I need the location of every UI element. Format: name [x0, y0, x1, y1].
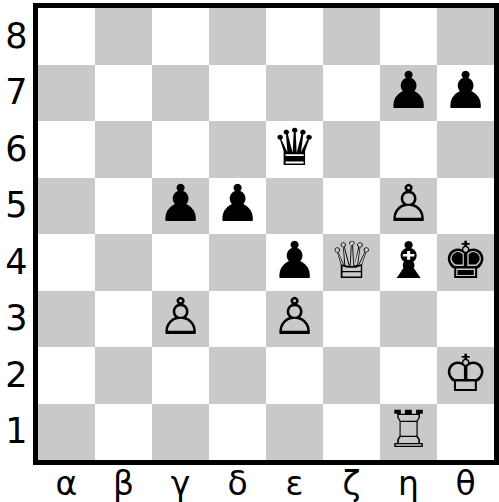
square-g4[interactable]: ♝	[380, 234, 437, 291]
square-f6[interactable]	[323, 121, 380, 178]
square-b6[interactable]	[95, 121, 152, 178]
square-g6[interactable]	[380, 121, 437, 178]
piece-black-pawn-c5[interactable]: ♟	[158, 178, 204, 229]
piece-white-rook-g1[interactable]: ♖	[386, 404, 432, 455]
file-label-d: δ	[209, 464, 266, 502]
square-h3[interactable]	[437, 291, 494, 348]
square-b8[interactable]	[95, 8, 152, 65]
square-f2[interactable]	[323, 347, 380, 404]
square-h7[interactable]: ♟	[437, 65, 494, 122]
square-c1[interactable]	[152, 404, 209, 461]
square-a7[interactable]	[38, 65, 95, 122]
square-c2[interactable]	[152, 347, 209, 404]
file-labels: αβγδεζηθ	[38, 464, 494, 502]
square-b2[interactable]	[95, 347, 152, 404]
piece-white-pawn-c3[interactable]: ♙	[158, 291, 204, 342]
file-label-c: γ	[152, 464, 209, 502]
square-b5[interactable]	[95, 178, 152, 235]
square-f5[interactable]	[323, 178, 380, 235]
square-g1[interactable]: ♖	[380, 404, 437, 461]
square-c5[interactable]: ♟	[152, 178, 209, 235]
square-c7[interactable]	[152, 65, 209, 122]
rank-label-7: 7	[0, 65, 33, 122]
rank-label-8: 8	[0, 8, 33, 65]
square-e3[interactable]: ♙	[266, 291, 323, 348]
square-f3[interactable]	[323, 291, 380, 348]
square-e7[interactable]	[266, 65, 323, 122]
square-d3[interactable]	[209, 291, 266, 348]
square-a6[interactable]	[38, 121, 95, 178]
file-label-a: α	[38, 464, 95, 502]
square-b7[interactable]	[95, 65, 152, 122]
chess-diagram: 87654321 ♟♟♛♟♟♙♟♕♝♚♙♙♔♖ αβγδεζηθ	[0, 0, 499, 502]
file-label-g: η	[380, 464, 437, 502]
piece-white-pawn-g5[interactable]: ♙	[386, 178, 432, 229]
square-g7[interactable]: ♟	[380, 65, 437, 122]
square-b3[interactable]	[95, 291, 152, 348]
square-a5[interactable]	[38, 178, 95, 235]
square-g3[interactable]	[380, 291, 437, 348]
square-f1[interactable]	[323, 404, 380, 461]
square-e8[interactable]	[266, 8, 323, 65]
square-h6[interactable]	[437, 121, 494, 178]
square-d7[interactable]	[209, 65, 266, 122]
square-e5[interactable]	[266, 178, 323, 235]
piece-black-pawn-e4[interactable]: ♟	[272, 235, 318, 286]
square-g5[interactable]: ♙	[380, 178, 437, 235]
rank-label-2: 2	[0, 347, 33, 404]
square-f8[interactable]	[323, 8, 380, 65]
square-e4[interactable]: ♟	[266, 234, 323, 291]
piece-white-pawn-e3[interactable]: ♙	[272, 291, 318, 342]
file-label-f: ζ	[323, 464, 380, 502]
square-d8[interactable]	[209, 8, 266, 65]
square-d5[interactable]: ♟	[209, 178, 266, 235]
square-e6[interactable]: ♛	[266, 121, 323, 178]
rank-label-3: 3	[0, 291, 33, 348]
square-a4[interactable]	[38, 234, 95, 291]
square-d6[interactable]	[209, 121, 266, 178]
square-d1[interactable]	[209, 404, 266, 461]
board-frame: ♟♟♛♟♟♙♟♕♝♚♙♙♔♖	[33, 3, 499, 465]
rank-label-4: 4	[0, 234, 33, 291]
rank-labels: 87654321	[0, 8, 33, 460]
square-h1[interactable]	[437, 404, 494, 461]
square-b1[interactable]	[95, 404, 152, 461]
square-a1[interactable]	[38, 404, 95, 461]
chess-board: ♟♟♛♟♟♙♟♕♝♚♙♙♔♖	[38, 8, 494, 460]
piece-white-queen-f4[interactable]: ♕	[329, 235, 375, 286]
piece-black-pawn-g7[interactable]: ♟	[386, 65, 432, 116]
file-label-h: θ	[437, 464, 494, 502]
rank-label-6: 6	[0, 121, 33, 178]
square-h4[interactable]: ♚	[437, 234, 494, 291]
square-f4[interactable]: ♕	[323, 234, 380, 291]
square-c8[interactable]	[152, 8, 209, 65]
piece-black-pawn-d5[interactable]: ♟	[215, 178, 261, 229]
square-b4[interactable]	[95, 234, 152, 291]
rank-label-1: 1	[0, 404, 33, 461]
square-a8[interactable]	[38, 8, 95, 65]
square-h2[interactable]: ♔	[437, 347, 494, 404]
square-c3[interactable]: ♙	[152, 291, 209, 348]
file-label-e: ε	[266, 464, 323, 502]
piece-black-pawn-h7[interactable]: ♟	[443, 65, 489, 116]
square-d2[interactable]	[209, 347, 266, 404]
square-e1[interactable]	[266, 404, 323, 461]
square-d4[interactable]	[209, 234, 266, 291]
square-a3[interactable]	[38, 291, 95, 348]
piece-black-queen-e6[interactable]: ♛	[272, 122, 318, 173]
piece-black-bishop-g4[interactable]: ♝	[386, 235, 432, 286]
square-f7[interactable]	[323, 65, 380, 122]
square-h8[interactable]	[437, 8, 494, 65]
square-h5[interactable]	[437, 178, 494, 235]
rank-label-5: 5	[0, 178, 33, 235]
piece-white-king-h2[interactable]: ♔	[443, 348, 489, 399]
square-e2[interactable]	[266, 347, 323, 404]
square-c6[interactable]	[152, 121, 209, 178]
square-a2[interactable]	[38, 347, 95, 404]
square-g2[interactable]	[380, 347, 437, 404]
square-g8[interactable]	[380, 8, 437, 65]
piece-black-king-h4[interactable]: ♚	[443, 235, 489, 286]
file-label-b: β	[95, 464, 152, 502]
square-c4[interactable]	[152, 234, 209, 291]
